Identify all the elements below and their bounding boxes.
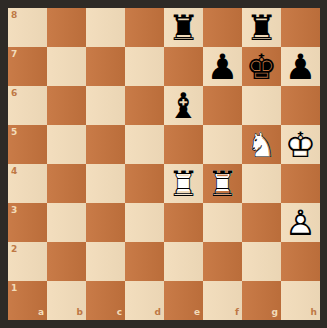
square-e2[interactable]: [164, 242, 203, 281]
rank-label-6: 6: [11, 89, 17, 98]
rook-outline-glyph: ♖: [164, 164, 203, 203]
square-a3[interactable]: 3: [8, 203, 47, 242]
bishop-glyph: ♝: [164, 86, 203, 125]
knight-outline-glyph: ♘: [242, 125, 281, 164]
square-f8[interactable]: [203, 8, 242, 47]
chess-board: 8♜♜7♟♚♟6♝5♞♘♚♔4♜♖♜♖3♟♙21abcdefgh: [8, 8, 320, 320]
pawn-glyph: ♟: [203, 47, 242, 86]
square-g5[interactable]: ♞♘: [242, 125, 281, 164]
square-e3[interactable]: [164, 203, 203, 242]
square-d6[interactable]: [125, 86, 164, 125]
square-d4[interactable]: [125, 164, 164, 203]
file-label-a: a: [38, 308, 44, 317]
rook-outline-glyph: ♖: [203, 164, 242, 203]
piece-white-king[interactable]: ♚♔: [281, 125, 320, 164]
file-label-e: e: [194, 308, 200, 317]
square-b1[interactable]: b: [47, 281, 86, 320]
square-a7[interactable]: 7: [8, 47, 47, 86]
square-b6[interactable]: [47, 86, 86, 125]
square-b8[interactable]: [47, 8, 86, 47]
rank-label-5: 5: [11, 128, 17, 137]
file-label-d: d: [155, 308, 161, 317]
square-b7[interactable]: [47, 47, 86, 86]
square-b4[interactable]: [47, 164, 86, 203]
file-label-g: g: [272, 308, 278, 317]
square-h8[interactable]: [281, 8, 320, 47]
rook-glyph: ♜: [242, 8, 281, 47]
square-b5[interactable]: [47, 125, 86, 164]
square-d8[interactable]: [125, 8, 164, 47]
piece-black-rook[interactable]: ♜: [242, 8, 281, 47]
square-f5[interactable]: [203, 125, 242, 164]
square-b3[interactable]: [47, 203, 86, 242]
square-c3[interactable]: [86, 203, 125, 242]
square-e4[interactable]: ♜♖: [164, 164, 203, 203]
file-label-b: b: [77, 308, 83, 317]
square-e1[interactable]: e: [164, 281, 203, 320]
rank-label-4: 4: [11, 167, 17, 176]
square-g4[interactable]: [242, 164, 281, 203]
square-d5[interactable]: [125, 125, 164, 164]
square-a2[interactable]: 2: [8, 242, 47, 281]
king-glyph: ♚: [242, 47, 281, 86]
square-e8[interactable]: ♜: [164, 8, 203, 47]
piece-black-pawn[interactable]: ♟: [281, 47, 320, 86]
square-a1[interactable]: 1a: [8, 281, 47, 320]
square-d1[interactable]: d: [125, 281, 164, 320]
rank-label-2: 2: [11, 245, 17, 254]
king-outline-glyph: ♔: [281, 125, 320, 164]
square-c5[interactable]: [86, 125, 125, 164]
square-c4[interactable]: [86, 164, 125, 203]
square-g8[interactable]: ♜: [242, 8, 281, 47]
rank-label-1: 1: [11, 284, 17, 293]
square-f2[interactable]: [203, 242, 242, 281]
square-c2[interactable]: [86, 242, 125, 281]
piece-black-bishop[interactable]: ♝: [164, 86, 203, 125]
square-f3[interactable]: [203, 203, 242, 242]
rank-label-8: 8: [11, 11, 17, 20]
pawn-outline-glyph: ♙: [281, 203, 320, 242]
square-e7[interactable]: [164, 47, 203, 86]
piece-black-king[interactable]: ♚: [242, 47, 281, 86]
square-a5[interactable]: 5: [8, 125, 47, 164]
square-c7[interactable]: [86, 47, 125, 86]
file-label-f: f: [235, 308, 239, 317]
rank-label-7: 7: [11, 50, 17, 59]
square-d2[interactable]: [125, 242, 164, 281]
square-h4[interactable]: [281, 164, 320, 203]
square-a8[interactable]: 8: [8, 8, 47, 47]
pawn-glyph: ♟: [281, 47, 320, 86]
square-a6[interactable]: 6: [8, 86, 47, 125]
square-e5[interactable]: [164, 125, 203, 164]
square-f1[interactable]: f: [203, 281, 242, 320]
piece-white-rook[interactable]: ♜♖: [164, 164, 203, 203]
square-e6[interactable]: ♝: [164, 86, 203, 125]
square-h2[interactable]: [281, 242, 320, 281]
piece-white-rook[interactable]: ♜♖: [203, 164, 242, 203]
piece-black-pawn[interactable]: ♟: [203, 47, 242, 86]
piece-white-knight[interactable]: ♞♘: [242, 125, 281, 164]
square-c1[interactable]: c: [86, 281, 125, 320]
square-f7[interactable]: ♟: [203, 47, 242, 86]
square-h3[interactable]: ♟♙: [281, 203, 320, 242]
square-g6[interactable]: [242, 86, 281, 125]
square-c8[interactable]: [86, 8, 125, 47]
square-g2[interactable]: [242, 242, 281, 281]
file-label-h: h: [311, 308, 317, 317]
square-a4[interactable]: 4: [8, 164, 47, 203]
square-f6[interactable]: [203, 86, 242, 125]
square-g1[interactable]: g: [242, 281, 281, 320]
square-h1[interactable]: h: [281, 281, 320, 320]
square-d7[interactable]: [125, 47, 164, 86]
square-h7[interactable]: ♟: [281, 47, 320, 86]
rook-glyph: ♜: [164, 8, 203, 47]
rank-label-3: 3: [11, 206, 17, 215]
square-b2[interactable]: [47, 242, 86, 281]
square-d3[interactable]: [125, 203, 164, 242]
square-f4[interactable]: ♜♖: [203, 164, 242, 203]
square-h5[interactable]: ♚♔: [281, 125, 320, 164]
square-g3[interactable]: [242, 203, 281, 242]
square-g7[interactable]: ♚: [242, 47, 281, 86]
square-c6[interactable]: [86, 86, 125, 125]
piece-white-pawn[interactable]: ♟♙: [281, 203, 320, 242]
file-label-c: c: [117, 308, 122, 317]
piece-black-rook[interactable]: ♜: [164, 8, 203, 47]
square-h6[interactable]: [281, 86, 320, 125]
